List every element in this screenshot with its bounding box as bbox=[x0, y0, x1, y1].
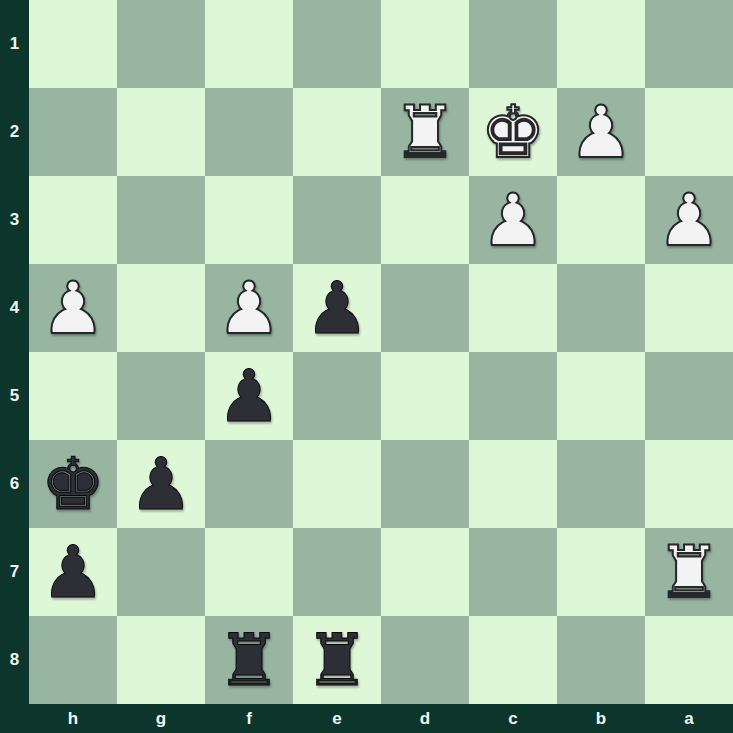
square-h5[interactable] bbox=[29, 352, 117, 440]
square-e8[interactable]: ♜ bbox=[293, 616, 381, 704]
square-a8[interactable] bbox=[645, 616, 733, 704]
square-f4[interactable]: ♟ bbox=[205, 264, 293, 352]
square-c1[interactable] bbox=[469, 0, 557, 88]
square-g4[interactable] bbox=[117, 264, 205, 352]
file-label-a: a bbox=[645, 704, 733, 733]
black-king[interactable]: ♚ bbox=[41, 440, 106, 528]
file-label-d: d bbox=[381, 704, 469, 733]
square-b4[interactable] bbox=[557, 264, 645, 352]
square-d8[interactable] bbox=[381, 616, 469, 704]
square-a5[interactable] bbox=[645, 352, 733, 440]
square-b6[interactable] bbox=[557, 440, 645, 528]
black-pawn[interactable]: ♟ bbox=[217, 352, 282, 440]
rank-label-4: 4 bbox=[0, 264, 29, 352]
square-g2[interactable] bbox=[117, 88, 205, 176]
white-pawn[interactable]: ♟ bbox=[657, 176, 722, 264]
square-a6[interactable] bbox=[645, 440, 733, 528]
square-d2[interactable]: ♜ bbox=[381, 88, 469, 176]
file-label-f: f bbox=[205, 704, 293, 733]
square-d5[interactable] bbox=[381, 352, 469, 440]
square-c6[interactable] bbox=[469, 440, 557, 528]
rank-label-1: 1 bbox=[0, 0, 29, 88]
square-b8[interactable] bbox=[557, 616, 645, 704]
square-f5[interactable]: ♟ bbox=[205, 352, 293, 440]
square-e4[interactable]: ♟ bbox=[293, 264, 381, 352]
square-b7[interactable] bbox=[557, 528, 645, 616]
rank-label-7: 7 bbox=[0, 528, 29, 616]
square-f3[interactable] bbox=[205, 176, 293, 264]
file-label-e: e bbox=[293, 704, 381, 733]
rank-label-3: 3 bbox=[0, 176, 29, 264]
square-f1[interactable] bbox=[205, 0, 293, 88]
white-pawn[interactable]: ♟ bbox=[41, 264, 106, 352]
white-king[interactable]: ♚ bbox=[481, 88, 546, 176]
chess-board: ♜♚♟♟♟♟♟♟♟♚♟♟♜♜♜ bbox=[29, 0, 733, 704]
square-f8[interactable]: ♜ bbox=[205, 616, 293, 704]
square-e1[interactable] bbox=[293, 0, 381, 88]
square-b2[interactable]: ♟ bbox=[557, 88, 645, 176]
square-a3[interactable]: ♟ bbox=[645, 176, 733, 264]
square-e5[interactable] bbox=[293, 352, 381, 440]
square-a2[interactable] bbox=[645, 88, 733, 176]
file-label-g: g bbox=[117, 704, 205, 733]
square-c5[interactable] bbox=[469, 352, 557, 440]
rank-labels: 12345678 bbox=[0, 0, 29, 704]
square-e6[interactable] bbox=[293, 440, 381, 528]
white-pawn[interactable]: ♟ bbox=[569, 88, 634, 176]
square-d4[interactable] bbox=[381, 264, 469, 352]
square-b1[interactable] bbox=[557, 0, 645, 88]
square-h4[interactable]: ♟ bbox=[29, 264, 117, 352]
black-rook[interactable]: ♜ bbox=[217, 616, 282, 704]
square-c4[interactable] bbox=[469, 264, 557, 352]
square-a7[interactable]: ♜ bbox=[645, 528, 733, 616]
black-pawn[interactable]: ♟ bbox=[305, 264, 370, 352]
square-h2[interactable] bbox=[29, 88, 117, 176]
square-f2[interactable] bbox=[205, 88, 293, 176]
square-a1[interactable] bbox=[645, 0, 733, 88]
black-pawn[interactable]: ♟ bbox=[129, 440, 194, 528]
rank-label-2: 2 bbox=[0, 88, 29, 176]
rank-label-6: 6 bbox=[0, 440, 29, 528]
file-label-h: h bbox=[29, 704, 117, 733]
frame-corner bbox=[0, 704, 29, 733]
square-e3[interactable] bbox=[293, 176, 381, 264]
square-g8[interactable] bbox=[117, 616, 205, 704]
square-d7[interactable] bbox=[381, 528, 469, 616]
square-h8[interactable] bbox=[29, 616, 117, 704]
square-a4[interactable] bbox=[645, 264, 733, 352]
square-f6[interactable] bbox=[205, 440, 293, 528]
square-h1[interactable] bbox=[29, 0, 117, 88]
square-e7[interactable] bbox=[293, 528, 381, 616]
square-g1[interactable] bbox=[117, 0, 205, 88]
file-label-c: c bbox=[469, 704, 557, 733]
square-g7[interactable] bbox=[117, 528, 205, 616]
chess-board-frame: 12345678 ♜♚♟♟♟♟♟♟♟♚♟♟♜♜♜ hgfedcba bbox=[0, 0, 733, 733]
square-f7[interactable] bbox=[205, 528, 293, 616]
file-label-b: b bbox=[557, 704, 645, 733]
square-h7[interactable]: ♟ bbox=[29, 528, 117, 616]
file-labels: hgfedcba bbox=[29, 704, 733, 733]
square-d3[interactable] bbox=[381, 176, 469, 264]
square-c8[interactable] bbox=[469, 616, 557, 704]
white-rook[interactable]: ♜ bbox=[393, 88, 458, 176]
rank-label-8: 8 bbox=[0, 616, 29, 704]
square-b5[interactable] bbox=[557, 352, 645, 440]
black-pawn[interactable]: ♟ bbox=[41, 528, 106, 616]
square-d1[interactable] bbox=[381, 0, 469, 88]
square-g5[interactable] bbox=[117, 352, 205, 440]
square-h3[interactable] bbox=[29, 176, 117, 264]
white-rook[interactable]: ♜ bbox=[657, 528, 722, 616]
black-rook[interactable]: ♜ bbox=[305, 616, 370, 704]
square-c7[interactable] bbox=[469, 528, 557, 616]
white-pawn[interactable]: ♟ bbox=[481, 176, 546, 264]
white-pawn[interactable]: ♟ bbox=[217, 264, 282, 352]
square-d6[interactable] bbox=[381, 440, 469, 528]
square-c3[interactable]: ♟ bbox=[469, 176, 557, 264]
square-b3[interactable] bbox=[557, 176, 645, 264]
square-e2[interactable] bbox=[293, 88, 381, 176]
rank-label-5: 5 bbox=[0, 352, 29, 440]
square-h6[interactable]: ♚ bbox=[29, 440, 117, 528]
square-g3[interactable] bbox=[117, 176, 205, 264]
square-g6[interactable]: ♟ bbox=[117, 440, 205, 528]
square-c2[interactable]: ♚ bbox=[469, 88, 557, 176]
